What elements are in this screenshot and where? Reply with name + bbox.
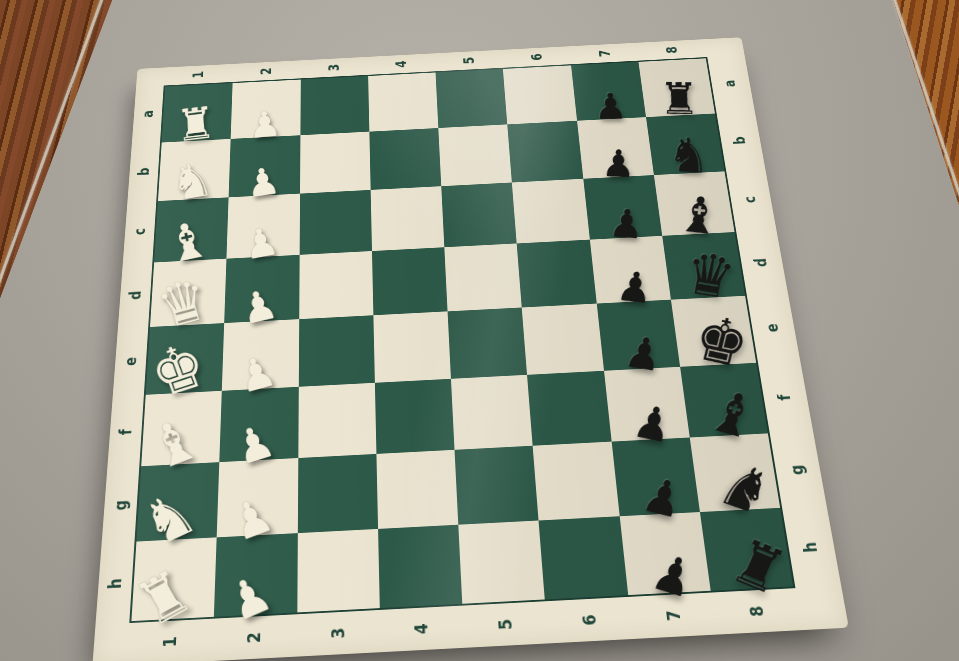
piece-black-pawn-h7: ♟ [647,546,700,606]
piece-black-pawn-c7: ♟ [608,203,645,245]
square-h5 [458,520,545,603]
square-f6 [527,371,611,446]
piece-black-rook-a8: ♜ [659,77,701,121]
piece-white-pawn-a2: ♟ [247,105,282,144]
square-c4 [370,186,444,251]
square-d3 [299,251,373,319]
square-b5 [438,124,512,186]
square-f4 [375,379,455,454]
piece-black-pawn-a7: ♟ [594,89,628,125]
piece-white-pawn-h2: ♟ [221,568,278,630]
square-e1: ♚ [146,323,225,395]
square-c6 [512,179,589,244]
square-a6 [503,65,577,124]
square-a1: ♜ [162,83,233,142]
piece-white-pawn-c2: ♟ [241,221,282,266]
piece-black-bishop-c8: ♝ [675,189,724,243]
square-g5 [455,446,539,525]
square-h3 [297,529,380,613]
piece-black-pawn-d7: ♟ [615,265,656,310]
square-g6 [533,442,619,521]
piece-black-queen-d8: ♛ [680,244,739,308]
table-edge-right [891,0,959,203]
square-a8: ♜ [638,58,715,117]
piece-white-pawn-b2: ♟ [244,162,282,204]
square-c3 [299,190,372,255]
piece-black-pawn-b7: ♟ [601,145,636,184]
square-e5 [448,307,528,378]
piece-white-rook-a1: ♜ [174,101,217,149]
square-a2: ♟ [231,80,301,139]
square-d5 [444,243,522,311]
square-d1: ♛ [150,259,227,327]
square-h6 [539,516,628,599]
piece-white-knight-b1: ♞ [167,155,216,209]
board-grid: ♜♟♟♜♞♟♟♞♝♟♟♝♛♟♟♛♚♟♟♚♝♟♟♝♞♟♟♞♜♟♟♜ [129,57,795,623]
square-e3 [298,315,374,387]
square-b3 [300,132,371,194]
square-f5 [451,375,533,450]
square-a5 [436,69,508,128]
square-e4 [373,311,451,382]
square-c5 [441,182,517,247]
square-b6 [507,121,582,183]
square-g4 [376,450,458,529]
piece-black-pawn-e7: ♟ [622,330,666,378]
square-h4 [378,525,462,608]
square-a7: ♟ [571,62,646,121]
table-edge-left [0,0,106,289]
square-e6 [522,304,604,375]
piece-white-rook-h1: ♜ [127,561,200,637]
square-f3 [298,383,376,458]
photo-of-chess-table: { "game": "chess", "scene_description": … [0,0,959,661]
square-d6 [517,240,596,308]
square-d4 [372,247,448,315]
square-a4 [368,72,438,131]
piece-white-bishop-c1: ♝ [161,214,214,272]
square-g3 [297,454,377,533]
square-e8: ♚ [671,296,756,367]
vinyl-chessboard: 12345678 12345678 abcdefgh abcdefgh ♜♟♟♜… [92,37,849,661]
piece-black-knight-b8: ♞ [667,131,712,181]
square-d8: ♛ [662,232,745,300]
piece-black-rook-h8: ♜ [723,530,793,605]
square-a3 [300,76,369,135]
square-b4 [369,128,441,190]
